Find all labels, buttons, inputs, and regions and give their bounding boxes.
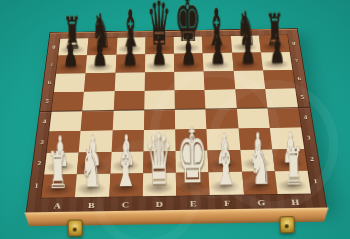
square-e5 bbox=[175, 90, 206, 110]
square-c7: ♟ bbox=[115, 54, 145, 72]
square-h5 bbox=[265, 88, 298, 108]
square-a5 bbox=[52, 92, 84, 112]
square-f6 bbox=[204, 71, 235, 90]
rank-label-right-8: 8 bbox=[287, 35, 301, 52]
square-e1: ♚ bbox=[176, 172, 210, 196]
square-e7: ♟ bbox=[174, 53, 204, 71]
file-label-g: G bbox=[244, 196, 279, 208]
piece-white-knight: ♞ bbox=[80, 141, 103, 196]
table-felt: ♜♞♝♛♚♝♞♜♟♟♟♟♟♟♟♟♟♟♟♟♟♟♟♟♜♞♝♛♚♝♞♜ ABCDEFG… bbox=[0, 0, 350, 239]
piece-white-bishop: ♝ bbox=[113, 136, 138, 195]
piece-black-pawn: ♟ bbox=[181, 33, 197, 71]
file-label-a: A bbox=[40, 199, 75, 211]
piece-white-bishop: ♝ bbox=[214, 135, 239, 194]
square-h7: ♟ bbox=[261, 52, 293, 70]
rank-label-left-8: 8 bbox=[47, 39, 60, 56]
rank-label-right-2: 2 bbox=[304, 148, 320, 170]
square-g6 bbox=[233, 70, 265, 89]
file-label-c: C bbox=[108, 198, 142, 210]
piece-black-pawn: ♟ bbox=[210, 32, 226, 70]
square-a6 bbox=[54, 73, 86, 92]
file-label-d: D bbox=[142, 198, 176, 210]
square-d7: ♟ bbox=[145, 54, 175, 72]
piece-white-knight: ♞ bbox=[248, 138, 271, 193]
square-f1: ♝ bbox=[209, 172, 244, 196]
rank-label-right-7: 7 bbox=[290, 52, 304, 70]
square-c1: ♝ bbox=[109, 173, 143, 197]
rank-label-right-1: 1 bbox=[308, 170, 324, 193]
square-f7: ♟ bbox=[203, 53, 233, 71]
piece-white-rook: ♜ bbox=[283, 141, 304, 192]
chessboard: ♜♞♝♛♚♝♞♜♟♟♟♟♟♟♟♟♟♟♟♟♟♟♟♟♜♞♝♛♚♝♞♜ ABCDEFG… bbox=[26, 29, 326, 215]
file-label-e: E bbox=[176, 197, 210, 209]
rank-label-left-6: 6 bbox=[43, 74, 57, 93]
square-b1: ♞ bbox=[75, 174, 110, 198]
board-grid: ♜♞♝♛♚♝♞♜♟♟♟♟♟♟♟♟♟♟♟♟♟♟♟♟♜♞♝♛♚♝♞♜ bbox=[41, 35, 311, 198]
square-b7: ♟ bbox=[86, 55, 116, 73]
square-a7: ♟ bbox=[56, 55, 87, 73]
square-d5 bbox=[144, 90, 175, 110]
square-c5 bbox=[113, 91, 144, 111]
square-g1: ♞ bbox=[242, 171, 278, 195]
square-g7: ♟ bbox=[232, 53, 263, 71]
piece-white-queen: ♛ bbox=[144, 124, 174, 195]
file-label-h: H bbox=[278, 196, 314, 208]
rank-label-left-5: 5 bbox=[40, 92, 54, 112]
piece-white-king: ♚ bbox=[176, 117, 208, 194]
rank-label-right-4: 4 bbox=[298, 107, 313, 127]
square-b5 bbox=[82, 91, 114, 111]
square-c6 bbox=[114, 72, 144, 91]
board-scene: ♜♞♝♛♚♝♞♜♟♟♟♟♟♟♟♟♟♟♟♟♟♟♟♟♜♞♝♛♚♝♞♜ ABCDEFG… bbox=[0, 0, 350, 239]
square-d6 bbox=[144, 72, 174, 91]
square-b6 bbox=[84, 73, 115, 92]
piece-black-pawn: ♟ bbox=[269, 31, 285, 69]
file-label-b: B bbox=[74, 199, 109, 211]
piece-black-pawn: ♟ bbox=[63, 34, 79, 72]
piece-black-pawn: ♟ bbox=[151, 33, 167, 71]
rank-label-left-4: 4 bbox=[37, 111, 51, 131]
piece-black-pawn: ♟ bbox=[240, 32, 256, 70]
square-e6 bbox=[174, 71, 204, 90]
brass-clasp-right-icon bbox=[280, 216, 295, 233]
square-f5 bbox=[205, 89, 237, 109]
square-g5 bbox=[235, 89, 267, 109]
brass-clasp-left-icon bbox=[68, 219, 83, 236]
rank-label-left-7: 7 bbox=[45, 56, 58, 74]
square-h1: ♜ bbox=[275, 171, 311, 195]
file-label-f: F bbox=[210, 197, 245, 209]
piece-white-rook: ♜ bbox=[47, 145, 68, 196]
square-a1: ♜ bbox=[41, 174, 77, 198]
square-d1: ♛ bbox=[143, 173, 177, 197]
square-h6 bbox=[263, 70, 295, 89]
piece-black-pawn: ♟ bbox=[122, 33, 138, 71]
piece-black-pawn: ♟ bbox=[92, 34, 108, 72]
rank-label-right-5: 5 bbox=[295, 88, 310, 107]
